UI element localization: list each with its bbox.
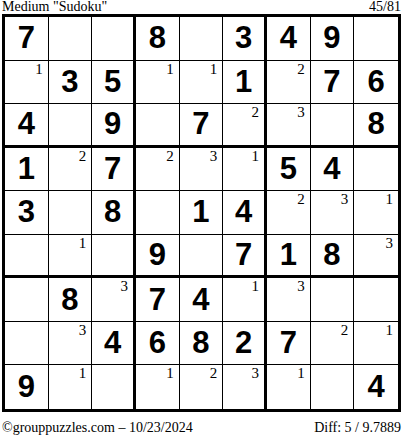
given-digit: 8 [354, 104, 398, 145]
header: Medium "Sudoku" 45/81 [2, 0, 401, 13]
cell-r6c6[interactable]: 7 [223, 235, 267, 279]
cell-r9c2[interactable]: 1 [49, 365, 93, 409]
page-title: Medium "Sudoku" [2, 0, 107, 13]
pencil-mark: 3 [386, 236, 394, 250]
footer: ©grouppuzzles.com – 10/23/2024 Diff: 5 /… [2, 421, 401, 435]
cell-r9c5[interactable]: 2 [180, 365, 224, 409]
cell-r7c5[interactable]: 4 [180, 278, 224, 322]
given-digit: 4 [267, 17, 310, 60]
cell-r6c4[interactable]: 9 [136, 235, 180, 279]
cell-r4c2[interactable]: 2 [49, 148, 93, 192]
pencil-mark: 3 [210, 149, 218, 163]
given-digit: 6 [354, 61, 398, 104]
pencil-mark: 2 [297, 192, 305, 206]
difficulty-label: Diff: 5 / 9.7889 [314, 421, 401, 435]
copyright-date: ©grouppuzzles.com – 10/23/2024 [2, 421, 193, 435]
sudoku-board: 7834913511127649723812723154381423119718… [2, 14, 401, 412]
cell-r6c3[interactable] [92, 235, 136, 279]
cell-r6c1[interactable] [5, 235, 49, 279]
given-digit: 1 [5, 148, 48, 191]
cell-r2c5[interactable]: 1 [180, 61, 224, 105]
pencil-mark: 3 [79, 323, 87, 337]
cell-r3c2[interactable] [49, 104, 93, 148]
cell-r4c8[interactable]: 4 [311, 148, 355, 192]
cell-r8c2[interactable]: 3 [49, 322, 93, 366]
given-digit: 4 [180, 278, 223, 321]
given-digit: 3 [223, 17, 264, 60]
cell-r5c8[interactable]: 3 [311, 191, 355, 235]
puzzle-counter: 45/81 [369, 0, 401, 13]
cell-r4c5[interactable]: 3 [180, 148, 224, 192]
given-digit: 7 [311, 61, 354, 104]
given-digit: 7 [267, 322, 310, 365]
cell-r2c9[interactable]: 6 [354, 61, 398, 105]
cell-r5c4[interactable] [136, 191, 180, 235]
given-digit: 8 [92, 191, 133, 234]
cell-r9c6[interactable]: 3 [223, 365, 267, 409]
cell-r8c8[interactable]: 2 [311, 322, 355, 366]
cell-r2c6[interactable]: 1 [223, 61, 267, 105]
cell-r9c9[interactable]: 4 [354, 365, 398, 409]
cell-r7c7[interactable]: 3 [267, 278, 311, 322]
given-digit: 4 [354, 365, 398, 409]
given-digit: 9 [136, 235, 179, 276]
pencil-mark: 3 [341, 192, 349, 206]
given-digit: 3 [49, 61, 92, 104]
cell-r6c2[interactable]: 1 [49, 235, 93, 279]
cell-r5c6[interactable]: 4 [223, 191, 267, 235]
given-digit: 8 [311, 235, 354, 276]
pencil-mark: 1 [210, 62, 218, 76]
cell-r5c5[interactable]: 1 [180, 191, 224, 235]
cell-r5c9[interactable]: 1 [354, 191, 398, 235]
pencil-mark: 1 [79, 366, 87, 380]
cell-r3c1[interactable]: 4 [5, 104, 49, 148]
given-digit: 4 [311, 148, 354, 191]
pencil-mark: 1 [386, 323, 394, 337]
given-digit: 5 [267, 148, 310, 191]
given-digit: 1 [180, 191, 223, 234]
cell-r2c2[interactable]: 3 [49, 61, 93, 105]
given-digit: 7 [5, 17, 48, 60]
sudoku-page: Medium "Sudoku" 45/81 783491351112764972… [0, 0, 403, 437]
cell-r8c5[interactable]: 8 [180, 322, 224, 366]
cell-r9c7[interactable]: 1 [267, 365, 311, 409]
given-digit: 9 [92, 104, 133, 145]
cell-r1c7[interactable]: 4 [267, 17, 311, 61]
pencil-mark: 2 [210, 366, 218, 380]
given-digit: 7 [223, 235, 264, 276]
cell-r8c9[interactable]: 1 [354, 322, 398, 366]
cell-r2c7[interactable]: 2 [267, 61, 311, 105]
pencil-mark: 3 [252, 366, 260, 380]
given-digit: 4 [5, 104, 48, 145]
pencil-mark: 2 [79, 149, 87, 163]
cell-r2c8[interactable]: 7 [311, 61, 355, 105]
given-digit: 9 [5, 365, 48, 409]
pencil-mark: 1 [297, 366, 305, 380]
cell-r3c3[interactable]: 9 [92, 104, 136, 148]
pencil-mark: 2 [166, 149, 174, 163]
given-digit: 8 [180, 322, 223, 365]
pencil-mark: 2 [252, 105, 260, 119]
cell-r3c4[interactable] [136, 104, 180, 148]
cell-r4c6[interactable]: 1 [223, 148, 267, 192]
pencil-mark: 1 [252, 149, 260, 163]
cell-r5c2[interactable] [49, 191, 93, 235]
cell-r4c4[interactable]: 2 [136, 148, 180, 192]
given-digit: 2 [223, 322, 264, 365]
cell-r1c5[interactable] [180, 17, 224, 61]
given-digit: 8 [136, 17, 179, 60]
cell-r8c6[interactable]: 2 [223, 322, 267, 366]
cell-r3c6[interactable]: 2 [223, 104, 267, 148]
cell-r7c4[interactable]: 7 [136, 278, 180, 322]
pencil-mark: 1 [35, 62, 43, 76]
cell-r6c5[interactable] [180, 235, 224, 279]
pencil-mark: 3 [297, 279, 305, 293]
given-digit: 9 [311, 17, 354, 60]
cell-r6c8[interactable]: 8 [311, 235, 355, 279]
cell-r2c3[interactable]: 5 [92, 61, 136, 105]
cell-r1c3[interactable] [92, 17, 136, 61]
given-digit: 7 [92, 148, 133, 191]
cell-r8c7[interactable]: 7 [267, 322, 311, 366]
cell-r4c3[interactable]: 7 [92, 148, 136, 192]
pencil-mark: 2 [341, 323, 349, 337]
cell-r1c1[interactable]: 7 [5, 17, 49, 61]
cell-r7c2[interactable]: 8 [49, 278, 93, 322]
cell-r2c1[interactable]: 1 [5, 61, 49, 105]
cell-r1c4[interactable]: 8 [136, 17, 180, 61]
pencil-mark: 1 [386, 192, 394, 206]
cell-r9c3[interactable] [92, 365, 136, 409]
pencil-mark: 1 [252, 279, 260, 293]
given-digit: 5 [92, 61, 133, 104]
cell-r7c1[interactable] [5, 278, 49, 322]
cell-r3c9[interactable]: 8 [354, 104, 398, 148]
cell-r7c9[interactable] [354, 278, 398, 322]
pencil-mark: 3 [121, 279, 129, 293]
given-digit: 7 [180, 104, 223, 145]
cell-r1c9[interactable] [354, 17, 398, 61]
cell-r1c2[interactable] [49, 17, 93, 61]
given-digit: 8 [49, 278, 92, 321]
cell-r7c6[interactable]: 1 [223, 278, 267, 322]
cell-r8c4[interactable]: 6 [136, 322, 180, 366]
cell-r9c4[interactable]: 1 [136, 365, 180, 409]
pencil-mark: 1 [166, 62, 174, 76]
cell-r4c7[interactable]: 5 [267, 148, 311, 192]
given-digit: 3 [5, 191, 48, 234]
cell-r5c3[interactable]: 8 [92, 191, 136, 235]
given-digit: 4 [223, 191, 264, 234]
cell-r3c5[interactable]: 7 [180, 104, 224, 148]
pencil-mark: 1 [166, 366, 174, 380]
cell-r4c9[interactable] [354, 148, 398, 192]
given-digit: 4 [92, 322, 133, 365]
cell-r5c7[interactable]: 2 [267, 191, 311, 235]
pencil-mark: 1 [79, 236, 87, 250]
cell-r9c8[interactable] [311, 365, 355, 409]
cell-r3c7[interactable]: 3 [267, 104, 311, 148]
cell-r5c1[interactable]: 3 [5, 191, 49, 235]
given-digit: 7 [136, 278, 179, 321]
cell-r7c3[interactable]: 3 [92, 278, 136, 322]
cell-r6c9[interactable]: 3 [354, 235, 398, 279]
cell-r7c8[interactable] [311, 278, 355, 322]
given-digit: 1 [267, 235, 310, 276]
given-digit: 1 [223, 61, 264, 104]
cell-r9c1[interactable]: 9 [5, 365, 49, 409]
pencil-mark: 3 [297, 105, 305, 119]
given-digit: 6 [136, 322, 179, 365]
cell-r6c7[interactable]: 1 [267, 235, 311, 279]
cell-r1c8[interactable]: 9 [311, 17, 355, 61]
cell-r1c6[interactable]: 3 [223, 17, 267, 61]
cell-r3c8[interactable] [311, 104, 355, 148]
pencil-mark: 2 [297, 62, 305, 76]
cell-r2c4[interactable]: 1 [136, 61, 180, 105]
cell-r4c1[interactable]: 1 [5, 148, 49, 192]
cell-r8c1[interactable] [5, 322, 49, 366]
cell-r8c3[interactable]: 4 [92, 322, 136, 366]
